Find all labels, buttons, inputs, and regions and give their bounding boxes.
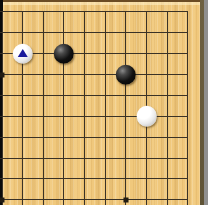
intersection-T12[interactable]	[178, 148, 199, 169]
intersection-M18[interactable]	[33, 22, 54, 43]
intersection-S16[interactable]	[157, 64, 178, 85]
intersection-R14[interactable]	[136, 106, 157, 127]
intersection-O16[interactable]	[74, 64, 95, 85]
intersection-R18[interactable]	[136, 22, 157, 43]
intersection-N15[interactable]	[54, 85, 75, 106]
intersection-M14[interactable]	[33, 106, 54, 127]
intersection-M12[interactable]	[33, 148, 54, 169]
board-grid	[0, 2, 198, 205]
intersection-O10[interactable]	[74, 189, 95, 205]
hoshi-star-point	[123, 197, 128, 202]
intersection-Q15[interactable]	[116, 85, 137, 106]
intersection-K12[interactable]	[0, 148, 12, 169]
intersection-P18[interactable]	[95, 22, 116, 43]
intersection-Q11[interactable]	[116, 169, 137, 190]
intersection-T15[interactable]	[178, 85, 199, 106]
intersection-O15[interactable]	[74, 85, 95, 106]
intersection-Q10[interactable]	[116, 189, 137, 205]
intersection-Q14[interactable]	[116, 106, 137, 127]
intersection-Q12[interactable]	[116, 148, 137, 169]
intersection-M17[interactable]	[33, 43, 54, 64]
intersection-M13[interactable]	[33, 127, 54, 148]
intersection-R11[interactable]	[136, 169, 157, 190]
intersection-T13[interactable]	[178, 127, 199, 148]
black-stone-N17	[54, 43, 75, 64]
intersection-M15[interactable]	[33, 85, 54, 106]
intersection-O11[interactable]	[74, 169, 95, 190]
intersection-K13[interactable]	[0, 127, 12, 148]
intersection-S13[interactable]	[157, 127, 178, 148]
intersection-T16[interactable]	[178, 64, 199, 85]
intersection-Q18[interactable]	[116, 22, 137, 43]
intersection-P17[interactable]	[95, 43, 116, 64]
intersection-S14[interactable]	[157, 106, 178, 127]
intersection-S17[interactable]	[157, 43, 178, 64]
intersection-K16[interactable]	[0, 64, 12, 85]
background-strip	[204, 0, 208, 205]
intersection-M19[interactable]	[33, 2, 54, 23]
intersection-S12[interactable]	[157, 148, 178, 169]
intersection-T19[interactable]	[178, 2, 199, 23]
intersection-O19[interactable]	[74, 2, 95, 23]
intersection-P13[interactable]	[95, 127, 116, 148]
intersection-Q13[interactable]	[116, 127, 137, 148]
intersection-L12[interactable]	[12, 148, 33, 169]
intersection-P11[interactable]	[95, 169, 116, 190]
intersection-R16[interactable]	[136, 64, 157, 85]
intersection-O12[interactable]	[74, 148, 95, 169]
intersection-K11[interactable]	[0, 169, 12, 190]
intersection-L15[interactable]	[12, 85, 33, 106]
intersection-R12[interactable]	[136, 148, 157, 169]
intersection-P19[interactable]	[95, 2, 116, 23]
white-stone-L17	[12, 43, 33, 64]
intersection-K17[interactable]	[0, 43, 12, 64]
intersection-L10[interactable]	[12, 189, 33, 205]
intersection-R19[interactable]	[136, 2, 157, 23]
intersection-N12[interactable]	[54, 148, 75, 169]
intersection-R10[interactable]	[136, 189, 157, 205]
intersection-P12[interactable]	[95, 148, 116, 169]
intersection-P15[interactable]	[95, 85, 116, 106]
intersection-T11[interactable]	[178, 169, 199, 190]
intersection-S19[interactable]	[157, 2, 178, 23]
intersection-R15[interactable]	[136, 85, 157, 106]
intersection-N17[interactable]	[54, 43, 75, 64]
last-move-triangle-icon	[18, 49, 28, 57]
intersection-R17[interactable]	[136, 43, 157, 64]
intersection-N10[interactable]	[54, 189, 75, 205]
intersection-N14[interactable]	[54, 106, 75, 127]
intersection-P14[interactable]	[95, 106, 116, 127]
intersection-O13[interactable]	[74, 127, 95, 148]
intersection-L17[interactable]	[12, 43, 33, 64]
intersection-M10[interactable]	[33, 189, 54, 205]
intersection-K18[interactable]	[0, 22, 12, 43]
black-stone-Q16	[116, 64, 137, 85]
intersection-L13[interactable]	[12, 127, 33, 148]
intersection-T18[interactable]	[178, 22, 199, 43]
intersection-L14[interactable]	[12, 106, 33, 127]
intersection-L16[interactable]	[12, 64, 33, 85]
go-board-screenshot	[0, 0, 208, 205]
intersection-K19[interactable]	[0, 2, 12, 23]
intersection-S18[interactable]	[157, 22, 178, 43]
hoshi-star-point	[0, 72, 5, 77]
intersection-P10[interactable]	[95, 189, 116, 205]
white-stone-R14	[136, 106, 157, 127]
intersection-S15[interactable]	[157, 85, 178, 106]
intersection-K15[interactable]	[0, 85, 12, 106]
intersection-Q19[interactable]	[116, 2, 137, 23]
intersection-N19[interactable]	[54, 2, 75, 23]
intersection-N11[interactable]	[54, 169, 75, 190]
intersection-N18[interactable]	[54, 22, 75, 43]
intersection-S11[interactable]	[157, 169, 178, 190]
intersection-R13[interactable]	[136, 127, 157, 148]
intersection-K10[interactable]	[0, 189, 12, 205]
intersection-K14[interactable]	[0, 106, 12, 127]
intersection-L11[interactable]	[12, 169, 33, 190]
intersection-T10[interactable]	[178, 189, 199, 205]
intersection-O18[interactable]	[74, 22, 95, 43]
intersection-T17[interactable]	[178, 43, 199, 64]
intersection-O17[interactable]	[74, 43, 95, 64]
intersection-Q16[interactable]	[116, 64, 137, 85]
intersection-S10[interactable]	[157, 189, 178, 205]
hoshi-star-point	[0, 197, 5, 202]
intersection-M11[interactable]	[33, 169, 54, 190]
intersection-O14[interactable]	[74, 106, 95, 127]
intersection-Q17[interactable]	[116, 43, 137, 64]
intersection-P16[interactable]	[95, 64, 116, 85]
intersection-L19[interactable]	[12, 2, 33, 23]
intersection-N16[interactable]	[54, 64, 75, 85]
intersection-T14[interactable]	[178, 106, 199, 127]
intersection-N13[interactable]	[54, 127, 75, 148]
intersection-M16[interactable]	[33, 64, 54, 85]
intersection-L18[interactable]	[12, 22, 33, 43]
